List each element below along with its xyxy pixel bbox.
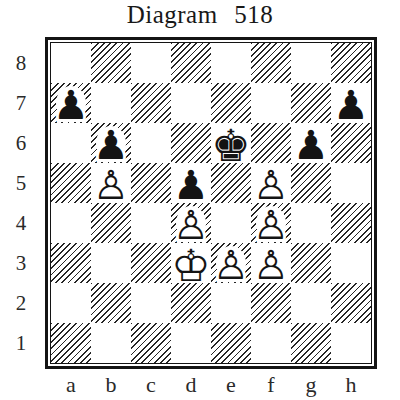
square-f5: ♟♙ <box>251 163 291 203</box>
file-label-c: c <box>131 372 171 398</box>
white-pawn: ♙ <box>251 163 291 203</box>
square-f6 <box>251 123 291 163</box>
square-g1 <box>291 323 331 363</box>
file-label-d: d <box>171 372 211 398</box>
square-h6 <box>331 123 371 163</box>
diagram-title: Diagram 518 <box>0 1 400 29</box>
rank-label-5: 5 <box>4 163 38 203</box>
square-g8 <box>291 43 331 83</box>
square-b4 <box>91 203 131 243</box>
square-h1 <box>331 323 371 363</box>
square-f8 <box>251 43 291 83</box>
file-label-e: e <box>211 372 251 398</box>
square-c7 <box>131 83 171 123</box>
square-c8 <box>131 43 171 83</box>
square-b3 <box>91 243 131 283</box>
white-pawn: ♙ <box>211 243 251 283</box>
square-b8 <box>91 43 131 83</box>
square-b7 <box>91 83 131 123</box>
chess-board: ♟♟♟♟♟♟♚♚♟♟♟♙♟♟♟♙♟♙♟♙♚♔♟♙♟♙ <box>45 37 377 369</box>
rank-label-1: 1 <box>4 323 38 363</box>
square-h5 <box>331 163 371 203</box>
square-a2 <box>51 283 91 323</box>
white-pawn: ♙ <box>171 203 211 243</box>
square-a5 <box>51 163 91 203</box>
rank-label-3: 3 <box>4 243 38 283</box>
square-e8 <box>211 43 251 83</box>
white-king: ♔ <box>171 243 211 283</box>
square-f3: ♟♙ <box>251 243 291 283</box>
square-c4 <box>131 203 171 243</box>
file-label-h: h <box>331 372 371 398</box>
square-d6 <box>171 123 211 163</box>
square-d4: ♟♙ <box>171 203 211 243</box>
board-grid: ♟♟♟♟♟♟♚♚♟♟♟♙♟♟♟♙♟♙♟♙♚♔♟♙♟♙ <box>50 42 372 364</box>
square-b1 <box>91 323 131 363</box>
square-c3 <box>131 243 171 283</box>
square-d2 <box>171 283 211 323</box>
square-e4 <box>211 203 251 243</box>
square-f2 <box>251 283 291 323</box>
black-king: ♚ <box>211 123 251 163</box>
square-d5: ♟♟ <box>171 163 211 203</box>
square-g4 <box>291 203 331 243</box>
white-pawn: ♙ <box>251 203 291 243</box>
square-f7 <box>251 83 291 123</box>
square-b2 <box>91 283 131 323</box>
white-pawn: ♙ <box>251 243 291 283</box>
square-d8 <box>171 43 211 83</box>
square-g6: ♟♟ <box>291 123 331 163</box>
square-b6: ♟♟ <box>91 123 131 163</box>
square-g5 <box>291 163 331 203</box>
square-h7: ♟♟ <box>331 83 371 123</box>
file-labels: abcdefgh <box>51 372 371 398</box>
square-e5 <box>211 163 251 203</box>
square-a8 <box>51 43 91 83</box>
square-h3 <box>331 243 371 283</box>
square-e7 <box>211 83 251 123</box>
square-c1 <box>131 323 171 363</box>
square-f1 <box>251 323 291 363</box>
square-d3: ♚♔ <box>171 243 211 283</box>
file-label-a: a <box>51 372 91 398</box>
square-h8 <box>331 43 371 83</box>
file-label-f: f <box>251 372 291 398</box>
rank-label-7: 7 <box>4 83 38 123</box>
square-a7: ♟♟ <box>51 83 91 123</box>
file-label-g: g <box>291 372 331 398</box>
rank-label-6: 6 <box>4 123 38 163</box>
black-pawn: ♟ <box>331 83 371 123</box>
white-pawn: ♙ <box>91 163 131 203</box>
square-c6 <box>131 123 171 163</box>
square-a4 <box>51 203 91 243</box>
black-pawn: ♟ <box>91 123 131 163</box>
square-e3: ♟♙ <box>211 243 251 283</box>
square-f4: ♟♙ <box>251 203 291 243</box>
square-h4 <box>331 203 371 243</box>
rank-label-2: 2 <box>4 283 38 323</box>
square-a6 <box>51 123 91 163</box>
black-pawn: ♟ <box>171 163 211 203</box>
square-e2 <box>211 283 251 323</box>
square-a3 <box>51 243 91 283</box>
rank-labels: 87654321 <box>4 43 38 363</box>
square-c5 <box>131 163 171 203</box>
square-h2 <box>331 283 371 323</box>
square-c2 <box>131 283 171 323</box>
square-e1 <box>211 323 251 363</box>
rank-label-8: 8 <box>4 43 38 83</box>
black-pawn: ♟ <box>291 123 331 163</box>
square-d1 <box>171 323 211 363</box>
square-b5: ♟♙ <box>91 163 131 203</box>
square-d7 <box>171 83 211 123</box>
rank-label-4: 4 <box>4 203 38 243</box>
file-label-b: b <box>91 372 131 398</box>
square-g2 <box>291 283 331 323</box>
square-g7 <box>291 83 331 123</box>
square-e6: ♚♚ <box>211 123 251 163</box>
square-a1 <box>51 323 91 363</box>
black-pawn: ♟ <box>51 83 91 123</box>
square-g3 <box>291 243 331 283</box>
